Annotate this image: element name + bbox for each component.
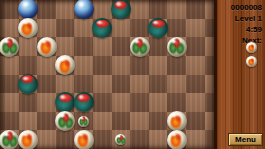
sidebar: 0000008 Level 1 4:59 Next: Menu — [214, 0, 265, 149]
board-cell[interactable] — [112, 75, 131, 94]
hud: 0000008 Level 1 4:59 Next: — [231, 2, 262, 46]
game-screen: 0000008 Level 1 4:59 Next: Menu — [0, 0, 265, 149]
board-cell[interactable] — [93, 112, 112, 131]
board-cell[interactable] — [112, 112, 131, 131]
board-cell[interactable] — [0, 75, 19, 94]
board-cell[interactable] — [149, 130, 168, 149]
level-display: Level 1 — [231, 13, 262, 24]
board-cell[interactable] — [19, 37, 38, 56]
marble-orange[interactable] — [167, 111, 187, 131]
board-cell[interactable] — [167, 19, 186, 38]
board-cell[interactable] — [186, 112, 205, 131]
timer-display: 4:59 — [231, 24, 262, 35]
next-marble-orange — [246, 42, 257, 53]
board-cell[interactable] — [74, 75, 93, 94]
board-cell[interactable] — [149, 0, 168, 19]
next-marble-orange — [246, 56, 257, 67]
board-cell[interactable] — [130, 56, 149, 75]
marble-blue[interactable] — [74, 0, 94, 19]
board-cell[interactable] — [112, 37, 131, 56]
marble-redteal[interactable] — [148, 18, 168, 38]
board-cell[interactable] — [130, 0, 149, 19]
board-cell[interactable] — [37, 19, 56, 38]
marble-orange[interactable] — [18, 130, 38, 149]
marble-green[interactable] — [167, 37, 187, 57]
board-cell[interactable] — [205, 19, 214, 38]
game-board[interactable] — [0, 0, 214, 149]
board-cell[interactable] — [56, 0, 75, 19]
board-cell[interactable] — [130, 112, 149, 131]
board-cell[interactable] — [186, 75, 205, 94]
board-cell[interactable] — [74, 37, 93, 56]
board-cell[interactable] — [19, 56, 38, 75]
board-cell[interactable] — [112, 93, 131, 112]
board-cell[interactable] — [74, 19, 93, 38]
board-cell[interactable] — [205, 0, 214, 19]
board-cell[interactable] — [205, 130, 214, 149]
menu-button[interactable]: Menu — [228, 133, 263, 146]
board-cell[interactable] — [186, 37, 205, 56]
board-cell[interactable] — [19, 93, 38, 112]
board-cell[interactable] — [149, 37, 168, 56]
marble-orange[interactable] — [37, 37, 57, 57]
board-cell[interactable] — [37, 56, 56, 75]
board-cell[interactable] — [56, 19, 75, 38]
board-cell[interactable] — [186, 56, 205, 75]
board-cell[interactable] — [112, 19, 131, 38]
board-cell[interactable] — [56, 75, 75, 94]
board-cell[interactable] — [37, 130, 56, 149]
board-cell[interactable] — [56, 130, 75, 149]
marble-green[interactable] — [130, 37, 150, 57]
marble-orange[interactable] — [167, 130, 187, 149]
board-cell[interactable] — [205, 75, 214, 94]
board-cell[interactable] — [205, 93, 214, 112]
board-cell[interactable] — [186, 0, 205, 19]
board-cell[interactable] — [186, 19, 205, 38]
marble-redteal[interactable] — [18, 74, 38, 94]
board-cell[interactable] — [149, 75, 168, 94]
board-cell[interactable] — [167, 56, 186, 75]
board-cell[interactable] — [56, 37, 75, 56]
board-cell[interactable] — [205, 56, 214, 75]
board-cell[interactable] — [167, 93, 186, 112]
board-cell[interactable] — [130, 93, 149, 112]
board-cell[interactable] — [0, 0, 19, 19]
marble-orange[interactable] — [74, 130, 94, 149]
board-cell[interactable] — [205, 37, 214, 56]
board-cell[interactable] — [186, 93, 205, 112]
board-cell[interactable] — [93, 130, 112, 149]
board-cell[interactable] — [37, 0, 56, 19]
board-cell[interactable] — [19, 112, 38, 131]
board-cell[interactable] — [37, 93, 56, 112]
board-cell[interactable] — [205, 112, 214, 131]
marble-orange[interactable] — [18, 18, 38, 38]
marble-green-small[interactable] — [78, 116, 89, 127]
board-cell[interactable] — [93, 93, 112, 112]
board-cell[interactable] — [112, 56, 131, 75]
board-cell[interactable] — [149, 56, 168, 75]
board-cell[interactable] — [74, 56, 93, 75]
marble-green[interactable] — [0, 37, 19, 57]
board-cell[interactable] — [93, 0, 112, 19]
board-cell[interactable] — [167, 0, 186, 19]
marble-green[interactable] — [0, 130, 19, 149]
board-cell[interactable] — [130, 19, 149, 38]
next-marbles-tray — [246, 42, 257, 67]
board-cell[interactable] — [0, 56, 19, 75]
board-cell[interactable] — [93, 75, 112, 94]
board-cell[interactable] — [130, 75, 149, 94]
board-cell[interactable] — [167, 75, 186, 94]
board-cell[interactable] — [0, 112, 19, 131]
board-cell[interactable] — [37, 112, 56, 131]
board-cell[interactable] — [37, 75, 56, 94]
board-cell[interactable] — [0, 93, 19, 112]
board-cell[interactable] — [186, 130, 205, 149]
board-cell[interactable] — [149, 93, 168, 112]
board-cell[interactable] — [93, 56, 112, 75]
board-cell[interactable] — [0, 19, 19, 38]
board-cell[interactable] — [93, 37, 112, 56]
board-cell[interactable] — [130, 130, 149, 149]
score-display: 0000008 — [231, 2, 262, 13]
board-cell[interactable] — [149, 112, 168, 131]
